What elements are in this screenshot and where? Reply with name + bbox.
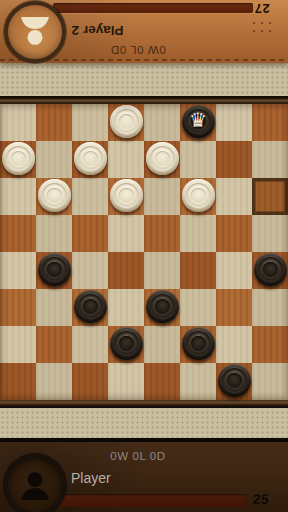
black-man[interactable] <box>254 253 287 286</box>
person-icon <box>16 466 54 504</box>
white-man[interactable] <box>146 142 179 175</box>
square-r7c1 <box>0 326 36 363</box>
square-r8c1[interactable] <box>0 363 36 400</box>
piece-center <box>47 188 62 203</box>
square-r8c3[interactable] <box>72 363 108 400</box>
square-r7c4[interactable] <box>108 326 144 363</box>
square-r2c1[interactable] <box>0 141 36 178</box>
white-man[interactable] <box>182 179 215 212</box>
player-record: 0W 0L 0D <box>80 449 196 463</box>
square-r5c8[interactable] <box>252 252 288 289</box>
square-r3c7 <box>216 178 252 215</box>
square-r7c2[interactable] <box>36 326 72 363</box>
white-man[interactable] <box>74 142 107 175</box>
piece-center <box>119 188 134 203</box>
king-crown-icon: ♛ <box>182 105 215 138</box>
opponent-bar: 27 Player 2 0W 0L 0D <box>0 0 288 63</box>
piece-center <box>191 188 206 203</box>
black-man[interactable] <box>74 290 107 323</box>
black-man[interactable] <box>146 290 179 323</box>
square-r5c4[interactable] <box>108 252 144 289</box>
square-r4c8 <box>252 215 288 252</box>
piece-center <box>83 151 98 166</box>
piece-center <box>227 373 242 388</box>
person-icon <box>16 13 54 51</box>
square-r3c3 <box>72 178 108 215</box>
square-r6c7[interactable] <box>216 289 252 326</box>
square-r5c6[interactable] <box>180 252 216 289</box>
piece-center <box>155 299 170 314</box>
square-r2c2 <box>36 141 72 178</box>
piece-center <box>47 262 62 277</box>
square-r6c8 <box>252 289 288 326</box>
piece-center <box>155 151 170 166</box>
square-r1c4[interactable] <box>108 104 144 141</box>
square-r6c6 <box>180 289 216 326</box>
opponent-avatar[interactable] <box>4 1 66 63</box>
square-r8c2 <box>36 363 72 400</box>
square-r8c8 <box>252 363 288 400</box>
white-man[interactable] <box>38 179 71 212</box>
square-r2c5[interactable] <box>144 141 180 178</box>
square-r5c3 <box>72 252 108 289</box>
square-r3c1 <box>0 178 36 215</box>
piece-center <box>83 299 98 314</box>
player-avatar[interactable] <box>4 454 66 512</box>
square-r8c7[interactable] <box>216 363 252 400</box>
square-r4c3[interactable] <box>72 215 108 252</box>
square-r6c1[interactable] <box>0 289 36 326</box>
black-man[interactable] <box>38 253 71 286</box>
player-timer-value: 25 <box>243 490 279 508</box>
square-r7c8[interactable] <box>252 326 288 363</box>
square-r4c5[interactable] <box>144 215 180 252</box>
black-man[interactable] <box>218 364 251 397</box>
square-r2c4 <box>108 141 144 178</box>
square-r7c7 <box>216 326 252 363</box>
opponent-timer-strip <box>53 3 253 13</box>
square-r4c7[interactable] <box>216 215 252 252</box>
piece-center <box>119 114 134 129</box>
square-r2c6 <box>180 141 216 178</box>
square-r1c1 <box>0 104 36 141</box>
square-r2c7[interactable] <box>216 141 252 178</box>
black-man[interactable] <box>110 327 143 360</box>
square-r8c6 <box>180 363 216 400</box>
square-r5c2[interactable] <box>36 252 72 289</box>
square-r6c3[interactable] <box>72 289 108 326</box>
square-r8c5[interactable] <box>144 363 180 400</box>
square-r5c1 <box>0 252 36 289</box>
square-r6c4 <box>108 289 144 326</box>
square-r6c5[interactable] <box>144 289 180 326</box>
black-king[interactable]: ♛ <box>182 105 215 138</box>
app-background: 27 Player 2 0W 0L 0D ♛ 0W 0L 0D Player 2… <box>0 0 288 512</box>
square-r7c6[interactable] <box>180 326 216 363</box>
piece-center <box>191 336 206 351</box>
square-r7c5 <box>144 326 180 363</box>
black-man[interactable] <box>182 327 215 360</box>
square-r8c4 <box>108 363 144 400</box>
square-r1c6[interactable]: ♛ <box>180 104 216 141</box>
square-r3c8[interactable] <box>252 178 288 215</box>
square-r1c8[interactable] <box>252 104 288 141</box>
leather-stitch-dots <box>250 19 277 38</box>
opponent-record: 0W 0L 0D <box>80 43 196 57</box>
square-r1c3 <box>72 104 108 141</box>
white-man[interactable] <box>110 105 143 138</box>
square-r4c6 <box>180 215 216 252</box>
square-r2c8 <box>252 141 288 178</box>
board-edge-bottom <box>0 400 288 408</box>
square-r3c4[interactable] <box>108 178 144 215</box>
piece-center <box>263 262 278 277</box>
square-r1c2[interactable] <box>36 104 72 141</box>
square-r4c1[interactable] <box>0 215 36 252</box>
piece-center <box>11 151 26 166</box>
white-man[interactable] <box>2 142 35 175</box>
board-edge-top <box>0 96 288 104</box>
square-r2c3[interactable] <box>72 141 108 178</box>
square-r5c5 <box>144 252 180 289</box>
board: ♛ <box>0 104 288 400</box>
square-r4c2 <box>36 215 72 252</box>
square-r4c4 <box>108 215 144 252</box>
square-r3c2[interactable] <box>36 178 72 215</box>
square-r6c2 <box>36 289 72 326</box>
square-r7c3 <box>72 326 108 363</box>
piece-center <box>119 336 134 351</box>
square-r3c6[interactable] <box>180 178 216 215</box>
square-r5c7 <box>216 252 252 289</box>
square-r1c7 <box>216 104 252 141</box>
square-r3c5 <box>144 178 180 215</box>
player-name: Player <box>71 469 221 487</box>
white-man[interactable] <box>110 179 143 212</box>
opponent-timer-value: 27 <box>246 1 278 15</box>
square-r1c5 <box>144 104 180 141</box>
